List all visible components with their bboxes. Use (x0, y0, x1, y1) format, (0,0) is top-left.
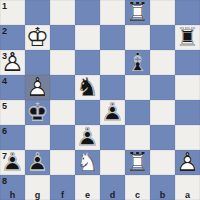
square-c4[interactable] (125, 75, 150, 100)
square-e6[interactable]: ♟♙ (75, 125, 100, 150)
piece-fill-layer: ♜ (175, 25, 200, 50)
black-pawn-icon[interactable]: ♟♙ (100, 100, 125, 125)
file-label-h: h (0, 190, 25, 200)
piece-outline-layer: ♙ (0, 50, 25, 75)
square-f5[interactable] (50, 100, 75, 125)
piece-outline-layer: ♗ (125, 50, 150, 75)
square-h8[interactable]: 8h (0, 175, 25, 200)
file-label-a: a (175, 190, 200, 200)
rank-label-5: 5 (2, 101, 7, 111)
piece-outline-layer: ♔ (25, 100, 50, 125)
square-f7[interactable] (50, 150, 75, 175)
black-knight-icon[interactable]: ♞♘ (75, 75, 100, 100)
square-c3[interactable]: ♝♗ (125, 50, 150, 75)
square-e4[interactable]: ♞♘ (75, 75, 100, 100)
square-h2[interactable]: 2 (0, 25, 25, 50)
square-g3[interactable] (25, 50, 50, 75)
square-b3[interactable] (150, 50, 175, 75)
piece-outline-layer: ♖ (175, 25, 200, 50)
square-h5[interactable]: 5 (0, 100, 25, 125)
square-f2[interactable] (50, 25, 75, 50)
file-label-e: e (75, 190, 100, 200)
piece-fill-layer: ♟ (25, 75, 50, 100)
white-rook-icon[interactable]: ♜♖ (125, 0, 150, 25)
file-label-b: b (150, 190, 175, 200)
square-e1[interactable] (75, 0, 100, 25)
square-h3[interactable]: 3♟♙ (0, 50, 25, 75)
file-label-f: f (50, 190, 75, 200)
file-label-d: d (100, 190, 125, 200)
square-g4[interactable]: ♟♙ (25, 75, 50, 100)
square-f1[interactable] (50, 0, 75, 25)
white-pawn-icon[interactable]: ♟♙ (175, 150, 200, 175)
square-c7[interactable]: ♜♖ (125, 150, 150, 175)
piece-outline-layer: ♙ (100, 100, 125, 125)
piece-fill-layer: ♟ (100, 100, 125, 125)
square-b1[interactable] (150, 0, 175, 25)
black-king-icon[interactable]: ♚♔ (25, 100, 50, 125)
black-bishop-icon[interactable]: ♝♗ (125, 50, 150, 75)
square-a7[interactable]: ♟♙ (175, 150, 200, 175)
rank-label-2: 2 (2, 26, 7, 36)
square-c1[interactable]: ♜♖ (125, 0, 150, 25)
rank-label-6: 6 (2, 126, 7, 136)
white-pawn-icon[interactable]: ♟♙ (25, 75, 50, 100)
square-g5[interactable]: ♚♔ (25, 100, 50, 125)
square-d6[interactable] (100, 125, 125, 150)
piece-fill-layer: ♟ (0, 50, 25, 75)
square-f4[interactable] (50, 75, 75, 100)
piece-outline-layer: ♘ (75, 150, 100, 175)
black-pawn-icon[interactable]: ♟♙ (25, 150, 50, 175)
piece-fill-layer: ♜ (125, 0, 150, 25)
piece-outline-layer: ♙ (25, 150, 50, 175)
square-h4[interactable]: 4 (0, 75, 25, 100)
square-a8[interactable]: a (175, 175, 200, 200)
piece-outline-layer: ♙ (0, 150, 25, 175)
square-f6[interactable] (50, 125, 75, 150)
square-e8[interactable]: e (75, 175, 100, 200)
square-a2[interactable]: ♜♖ (175, 25, 200, 50)
square-b5[interactable] (150, 100, 175, 125)
square-c6[interactable] (125, 125, 150, 150)
rank-label-8: 8 (2, 176, 7, 186)
black-pawn-icon[interactable]: ♟♙ (75, 125, 100, 150)
piece-outline-layer: ♘ (75, 75, 100, 100)
square-g7[interactable]: ♟♙ (25, 150, 50, 175)
piece-fill-layer: ♚ (25, 25, 50, 50)
piece-outline-layer: ♖ (125, 0, 150, 25)
piece-outline-layer: ♙ (75, 125, 100, 150)
square-h6[interactable]: 6 (0, 125, 25, 150)
square-f3[interactable] (50, 50, 75, 75)
chess-board: 1♜♖2♚♔♜♖3♟♙♝♗4♟♙♞♘5♚♔♟♙6♟♙7♟♙♟♙♞♘♜♖♟♙8hg… (0, 0, 200, 200)
square-d8[interactable]: d (100, 175, 125, 200)
square-d7[interactable] (100, 150, 125, 175)
square-b7[interactable] (150, 150, 175, 175)
square-e2[interactable] (75, 25, 100, 50)
white-rook-icon[interactable]: ♜♖ (125, 150, 150, 175)
square-a3[interactable] (175, 50, 200, 75)
piece-outline-layer: ♔ (25, 25, 50, 50)
square-b6[interactable] (150, 125, 175, 150)
piece-fill-layer: ♞ (75, 150, 100, 175)
square-a1[interactable] (175, 0, 200, 25)
square-h7[interactable]: 7♟♙ (0, 150, 25, 175)
square-g2[interactable]: ♚♔ (25, 25, 50, 50)
black-rook-icon[interactable]: ♜♖ (175, 25, 200, 50)
file-label-c: c (125, 190, 150, 200)
piece-fill-layer: ♚ (25, 100, 50, 125)
file-label-g: g (25, 190, 50, 200)
square-g1[interactable] (25, 0, 50, 25)
white-king-icon[interactable]: ♚♔ (25, 25, 50, 50)
piece-fill-layer: ♟ (175, 150, 200, 175)
white-knight-icon[interactable]: ♞♘ (75, 150, 100, 175)
piece-outline-layer: ♙ (25, 75, 50, 100)
square-g6[interactable] (25, 125, 50, 150)
piece-outline-layer: ♙ (175, 150, 200, 175)
square-e5[interactable] (75, 100, 100, 125)
piece-fill-layer: ♟ (25, 150, 50, 175)
rank-label-1: 1 (2, 1, 7, 11)
piece-outline-layer: ♖ (125, 150, 150, 175)
piece-fill-layer: ♟ (75, 125, 100, 150)
square-c8[interactable]: c (125, 175, 150, 200)
square-b8[interactable]: b (150, 175, 175, 200)
square-a6[interactable] (175, 125, 200, 150)
square-d1[interactable] (100, 0, 125, 25)
square-d5[interactable]: ♟♙ (100, 100, 125, 125)
piece-fill-layer: ♝ (125, 50, 150, 75)
square-b4[interactable] (150, 75, 175, 100)
square-d3[interactable] (100, 50, 125, 75)
rank-label-4: 4 (2, 76, 7, 86)
square-g8[interactable]: g (25, 175, 50, 200)
square-f8[interactable]: f (50, 175, 75, 200)
piece-fill-layer: ♞ (75, 75, 100, 100)
square-d4[interactable] (100, 75, 125, 100)
square-a5[interactable] (175, 100, 200, 125)
black-pawn-icon[interactable]: ♟♙ (0, 150, 25, 175)
square-d2[interactable] (100, 25, 125, 50)
piece-fill-layer: ♟ (0, 150, 25, 175)
piece-fill-layer: ♜ (125, 150, 150, 175)
square-e3[interactable] (75, 50, 100, 75)
square-h1[interactable]: 1 (0, 0, 25, 25)
square-b2[interactable] (150, 25, 175, 50)
square-c5[interactable] (125, 100, 150, 125)
square-a4[interactable] (175, 75, 200, 100)
square-e7[interactable]: ♞♘ (75, 150, 100, 175)
square-c2[interactable] (125, 25, 150, 50)
white-pawn-icon[interactable]: ♟♙ (0, 50, 25, 75)
